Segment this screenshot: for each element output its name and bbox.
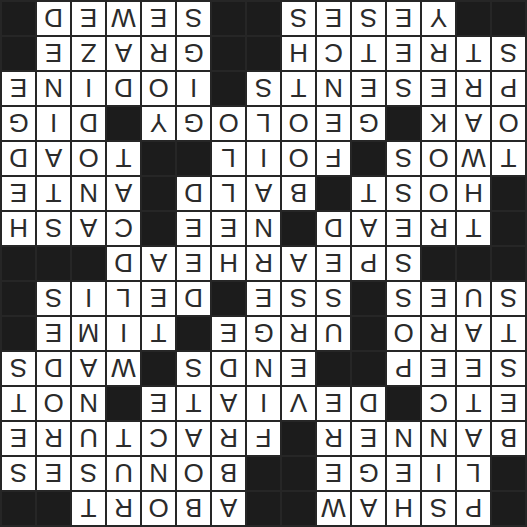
letter-cell-r1-c6[interactable]: W (317, 492, 350, 525)
letter-cell-r13-c10[interactable]: I (177, 72, 210, 105)
letter-cell-r14-c5[interactable]: T (352, 37, 385, 70)
letter-cell-r8-c12[interactable]: D (107, 247, 140, 280)
letter-cell-r7-c6[interactable]: S (317, 282, 350, 315)
letter-cell-r5-c2[interactable]: E (457, 352, 490, 385)
letter-cell-r4-c2[interactable]: T (457, 387, 490, 420)
letter-cell-r15-c14[interactable]: D (37, 2, 70, 35)
letter-cell-r4-c15[interactable]: T (2, 387, 35, 420)
letter-cell-r12-c2[interactable]: A (457, 107, 490, 140)
letter-cell-r11-c3[interactable]: O (422, 142, 455, 175)
letter-cell-r3-c10[interactable]: A (177, 422, 210, 455)
letter-cell-r12-c13[interactable]: D (72, 107, 105, 140)
letter-cell-r2-c6[interactable]: E (317, 457, 350, 490)
letter-cell-r11-c2[interactable]: W (457, 142, 490, 175)
block-cell-r1-c14 (37, 492, 70, 525)
letter-cell-r8-c7[interactable]: A (282, 247, 315, 280)
letter-cell-r8-c4[interactable]: S (387, 247, 420, 280)
letter-cell-r3-c8[interactable]: F (247, 422, 280, 455)
letter-cell-r5-c10[interactable]: S (177, 352, 210, 385)
letter-cell-r3-c1[interactable]: B (492, 422, 525, 455)
letter-cell-r3-c4[interactable]: N (387, 422, 420, 455)
letter-cell-r7-c13[interactable]: I (72, 282, 105, 315)
letter-cell-r3-c12[interactable]: T (107, 422, 140, 455)
letter-cell-r7-c3[interactable]: E (422, 282, 455, 315)
letter-cell-r15-c5[interactable]: S (352, 2, 385, 35)
block-cell-r8-c1 (492, 247, 525, 280)
letter-cell-r6-c12[interactable]: I (107, 317, 140, 350)
letter-cell-r6-c2[interactable]: A (457, 317, 490, 350)
letter-cell-r7-c7[interactable]: S (282, 282, 315, 315)
letter-cell-r7-c10[interactable]: D (177, 282, 210, 315)
letter-cell-r12-c8[interactable]: L (247, 107, 280, 140)
letter-cell-r4-c9[interactable]: A (212, 387, 245, 420)
block-cell-r3-c7 (282, 422, 315, 455)
letter-cell-r14-c4[interactable]: E (387, 37, 420, 70)
letter-cell-r9-c6[interactable]: D (317, 212, 350, 245)
block-cell-r11-c5 (352, 142, 385, 175)
letter-cell-r6-c14[interactable]: E (37, 317, 70, 350)
letter-cell-r11-c7[interactable]: O (282, 142, 315, 175)
block-cell-r14-c8 (247, 37, 280, 70)
letter-cell-r10-c9[interactable]: L (212, 177, 245, 210)
block-cell-r5-c11 (142, 352, 175, 385)
letter-cell-r2-c15[interactable]: S (2, 457, 35, 490)
letter-cell-r8-c9[interactable]: H (212, 247, 245, 280)
letter-cell-r11-c9[interactable]: L (212, 142, 245, 175)
letter-cell-r15-c6[interactable]: E (317, 2, 350, 35)
letter-cell-r2-c4[interactable]: E (387, 457, 420, 490)
block-cell-r4-c4 (387, 387, 420, 420)
letter-cell-r7-c4[interactable]: S (387, 282, 420, 315)
letter-cell-r3-c2[interactable]: A (457, 422, 490, 455)
letter-cell-r15-c4[interactable]: E (387, 2, 420, 35)
letter-cell-r13-c1[interactable]: P (492, 72, 525, 105)
letter-cell-r6-c3[interactable]: R (422, 317, 455, 350)
letter-cell-r15-c12[interactable]: W (107, 2, 140, 35)
letter-cell-r2-c10[interactable]: O (177, 457, 210, 490)
letter-cell-r9-c15[interactable]: H (2, 212, 35, 245)
letter-cell-r10-c7[interactable]: B (282, 177, 315, 210)
letter-cell-r14-c2[interactable]: T (457, 37, 490, 70)
letter-cell-r12-c14[interactable]: I (37, 107, 70, 140)
block-cell-r7-c5 (352, 282, 385, 315)
letter-cell-r12-c1[interactable]: O (492, 107, 525, 140)
letter-cell-r3-c3[interactable]: N (422, 422, 455, 455)
letter-cell-r12-c9[interactable]: O (212, 107, 245, 140)
letter-cell-r13-c6[interactable]: N (317, 72, 350, 105)
letter-cell-r10-c14[interactable]: T (37, 177, 70, 210)
block-cell-r8-c14 (37, 247, 70, 280)
letter-cell-r8-c11[interactable]: A (142, 247, 175, 280)
letter-cell-r1-c4[interactable]: H (387, 492, 420, 525)
letter-cell-r10-c15[interactable]: E (2, 177, 35, 210)
letter-cell-r13-c14[interactable]: N (37, 72, 70, 105)
block-cell-r5-c5 (352, 352, 385, 385)
letter-cell-r5-c4[interactable]: P (387, 352, 420, 385)
letter-cell-r10-c12[interactable]: A (107, 177, 140, 210)
letter-cell-r4-c5[interactable]: D (352, 387, 385, 420)
letter-cell-r9-c3[interactable]: R (422, 212, 455, 245)
letter-cell-r15-c3[interactable]: Y (422, 2, 455, 35)
letter-cell-r5-c15[interactable]: S (2, 352, 35, 385)
letter-cell-r9-c2[interactable]: T (457, 212, 490, 245)
letter-cell-r1-c11[interactable]: O (142, 492, 175, 525)
letter-cell-r3-c6[interactable]: R (317, 422, 350, 455)
letter-cell-r12-c6[interactable]: E (317, 107, 350, 140)
block-cell-r2-c7 (282, 457, 315, 490)
letter-cell-r14-c3[interactable]: R (422, 37, 455, 70)
letter-cell-r5-c13[interactable]: A (72, 352, 105, 385)
letter-cell-r2-c11[interactable]: N (142, 457, 175, 490)
letter-cell-r5-c14[interactable]: D (37, 352, 70, 385)
block-cell-r15-c2 (457, 2, 490, 35)
letter-cell-r11-c4[interactable]: S (387, 142, 420, 175)
block-cell-r7-c9 (212, 282, 245, 315)
block-cell-r1-c1 (492, 492, 525, 525)
letter-cell-r4-c1[interactable]: E (492, 387, 525, 420)
letter-cell-r14-c12[interactable]: A (107, 37, 140, 70)
letter-cell-r4-c8[interactable]: I (247, 387, 280, 420)
letter-cell-r11-c12[interactable]: T (107, 142, 140, 175)
letter-cell-r1-c10[interactable]: B (177, 492, 210, 525)
block-cell-r6-c15 (2, 317, 35, 350)
letter-cell-r5-c3[interactable]: E (422, 352, 455, 385)
letter-cell-r14-c14[interactable]: E (37, 37, 70, 70)
block-cell-r15-c9 (212, 2, 245, 35)
block-cell-r15-c15 (2, 2, 35, 35)
letter-cell-r4-c13[interactable]: N (72, 387, 105, 420)
letter-cell-r5-c9[interactable]: D (212, 352, 245, 385)
letter-cell-r2-c5[interactable]: G (352, 457, 385, 490)
letter-cell-r1-c3[interactable]: S (422, 492, 455, 525)
letter-cell-r10-c5[interactable]: T (352, 177, 385, 210)
letter-cell-r1-c12[interactable]: R (107, 492, 140, 525)
letter-cell-r2-c14[interactable]: E (37, 457, 70, 490)
letter-cell-r14-c7[interactable]: H (282, 37, 315, 70)
block-cell-r4-c12 (107, 387, 140, 420)
letter-cell-r11-c8[interactable]: I (247, 142, 280, 175)
letter-cell-r9-c4[interactable]: E (387, 212, 420, 245)
block-cell-r11-c11 (142, 142, 175, 175)
letter-cell-r13-c8[interactable]: S (247, 72, 280, 105)
letter-cell-r11-c14[interactable]: A (37, 142, 70, 175)
block-cell-r14-c9 (212, 37, 245, 70)
letter-cell-r4-c3[interactable]: C (422, 387, 455, 420)
letter-cell-r13-c4[interactable]: S (387, 72, 420, 105)
letter-cell-r13-c7[interactable]: T (282, 72, 315, 105)
block-cell-r9-c1 (492, 212, 525, 245)
block-cell-r12-c12 (107, 107, 140, 140)
letter-cell-r3-c5[interactable]: E (352, 422, 385, 455)
letter-cell-r1-c2[interactable]: P (457, 492, 490, 525)
letter-cell-r14-c13[interactable]: Z (72, 37, 105, 70)
letter-cell-r12-c5[interactable]: G (352, 107, 385, 140)
letter-cell-r10-c8[interactable]: A (247, 177, 280, 210)
letter-cell-r8-c5[interactable]: P (352, 247, 385, 280)
letter-cell-r13-c3[interactable]: E (422, 72, 455, 105)
block-cell-r15-c8 (247, 2, 280, 35)
block-cell-r8-c15 (2, 247, 35, 280)
block-cell-r1-c7 (282, 492, 315, 525)
letter-cell-r12-c10[interactable]: G (177, 107, 210, 140)
letter-cell-r10-c10[interactable]: D (177, 177, 210, 210)
letter-cell-r3-c9[interactable]: R (212, 422, 245, 455)
letter-cell-r6-c9[interactable]: E (212, 317, 245, 350)
letter-cell-r8-c10[interactable]: E (177, 247, 210, 280)
letter-cell-r5-c8[interactable]: N (247, 352, 280, 385)
letter-cell-r11-c15[interactable]: D (2, 142, 35, 175)
letter-cell-r2-c2[interactable]: L (457, 457, 490, 490)
letter-cell-r15-c7[interactable]: S (282, 2, 315, 35)
letter-cell-r15-c11[interactable]: E (142, 2, 175, 35)
block-cell-r10-c1 (492, 177, 525, 210)
letter-cell-r4-c10[interactable]: T (177, 387, 210, 420)
letter-cell-r6-c7[interactable]: R (282, 317, 315, 350)
letter-cell-r2-c3[interactable]: I (422, 457, 455, 490)
letter-cell-r14-c1[interactable]: S (492, 37, 525, 70)
block-cell-r1-c8 (247, 492, 280, 525)
letter-cell-r2-c13[interactable]: S (72, 457, 105, 490)
block-cell-r15-c1 (492, 2, 525, 35)
letter-cell-r1-c9[interactable]: A (212, 492, 245, 525)
block-cell-r12-c4 (387, 107, 420, 140)
letter-cell-r13-c2[interactable]: R (457, 72, 490, 105)
letter-cell-r10-c2[interactable]: H (457, 177, 490, 210)
block-cell-r8-c13 (72, 247, 105, 280)
block-cell-r13-c9 (212, 72, 245, 105)
letter-cell-r2-c9[interactable]: B (212, 457, 245, 490)
crossword-board: PSHAWABORTLIEGEBONUSESBANNERFRACTUREETCD… (0, 0, 527, 527)
block-cell-r11-c10 (177, 142, 210, 175)
letter-cell-r10-c3[interactable]: O (422, 177, 455, 210)
letter-cell-r6-c11[interactable]: T (142, 317, 175, 350)
letter-cell-r9-c5[interactable]: A (352, 212, 385, 245)
letter-cell-r7-c11[interactable]: E (142, 282, 175, 315)
letter-cell-r6-c4[interactable]: O (387, 317, 420, 350)
letter-cell-r8-c6[interactable]: E (317, 247, 350, 280)
letter-cell-r15-c13[interactable]: E (72, 2, 105, 35)
letter-cell-r8-c8[interactable]: R (247, 247, 280, 280)
block-cell-r7-c15 (2, 282, 35, 315)
letter-cell-r9-c13[interactable]: A (72, 212, 105, 245)
letter-cell-r12-c3[interactable]: K (422, 107, 455, 140)
block-cell-r10-c11 (142, 177, 175, 210)
letter-cell-r10-c13[interactable]: N (72, 177, 105, 210)
block-cell-r8-c3 (422, 247, 455, 280)
letter-cell-r9-c8[interactable]: N (247, 212, 280, 245)
letter-cell-r7-c1[interactable]: S (492, 282, 525, 315)
letter-cell-r9-c14[interactable]: S (37, 212, 70, 245)
letter-cell-r14-c6[interactable]: C (317, 37, 350, 70)
block-cell-r8-c2 (457, 247, 490, 280)
letter-cell-r4-c7[interactable]: V (282, 387, 315, 420)
letter-cell-r7-c8[interactable]: E (247, 282, 280, 315)
letter-cell-r10-c4[interactable]: S (387, 177, 420, 210)
letter-cell-r9-c10[interactable]: E (177, 212, 210, 245)
letter-cell-r1-c13[interactable]: T (72, 492, 105, 525)
letter-cell-r11-c1[interactable]: T (492, 142, 525, 175)
letter-cell-r4-c11[interactable]: E (142, 387, 175, 420)
letter-cell-r4-c14[interactable]: O (37, 387, 70, 420)
letter-cell-r13-c12[interactable]: D (107, 72, 140, 105)
letter-cell-r13-c13[interactable]: I (72, 72, 105, 105)
letter-cell-r15-c10[interactable]: S (177, 2, 210, 35)
letter-cell-r14-c10[interactable]: G (177, 37, 210, 70)
block-cell-r5-c6 (317, 352, 350, 385)
letter-cell-r3-c11[interactable]: C (142, 422, 175, 455)
letter-cell-r7-c12[interactable]: L (107, 282, 140, 315)
letter-cell-r6-c6[interactable]: U (317, 317, 350, 350)
letter-cell-r2-c12[interactable]: U (107, 457, 140, 490)
letter-cell-r6-c8[interactable]: G (247, 317, 280, 350)
letter-cell-r12-c15[interactable]: G (2, 107, 35, 140)
letter-cell-r6-c1[interactable]: T (492, 317, 525, 350)
block-cell-r14-c15 (2, 37, 35, 70)
block-cell-r6-c5 (352, 317, 385, 350)
letter-cell-r11-c6[interactable]: F (317, 142, 350, 175)
letter-cell-r5-c12[interactable]: W (107, 352, 140, 385)
letter-cell-r13-c11[interactable]: O (142, 72, 175, 105)
block-cell-r9-c11 (142, 212, 175, 245)
block-cell-r9-c7 (282, 212, 315, 245)
letter-cell-r9-c9[interactable]: E (212, 212, 245, 245)
letter-cell-r5-c7[interactable]: E (282, 352, 315, 385)
letter-cell-r7-c14[interactable]: S (37, 282, 70, 315)
letter-cell-r13-c15[interactable]: E (2, 72, 35, 105)
letter-cell-r4-c6[interactable]: E (317, 387, 350, 420)
letter-cell-r7-c2[interactable]: U (457, 282, 490, 315)
letter-cell-r6-c13[interactable]: M (72, 317, 105, 350)
block-cell-r2-c8 (247, 457, 280, 490)
letter-cell-r3-c15[interactable]: E (2, 422, 35, 455)
letter-cell-r11-c13[interactable]: O (72, 142, 105, 175)
letter-cell-r1-c5[interactable]: A (352, 492, 385, 525)
letter-cell-r14-c11[interactable]: R (142, 37, 175, 70)
letter-cell-r5-c1[interactable]: S (492, 352, 525, 385)
block-cell-r10-c6 (317, 177, 350, 210)
block-cell-r2-c1 (492, 457, 525, 490)
block-cell-r6-c10 (177, 317, 210, 350)
letter-cell-r12-c11[interactable]: Y (142, 107, 175, 140)
letter-cell-r13-c5[interactable]: E (352, 72, 385, 105)
letter-cell-r3-c14[interactable]: R (37, 422, 70, 455)
letter-cell-r9-c12[interactable]: C (107, 212, 140, 245)
letter-cell-r12-c7[interactable]: O (282, 107, 315, 140)
block-cell-r1-c15 (2, 492, 35, 525)
letter-cell-r3-c13[interactable]: U (72, 422, 105, 455)
